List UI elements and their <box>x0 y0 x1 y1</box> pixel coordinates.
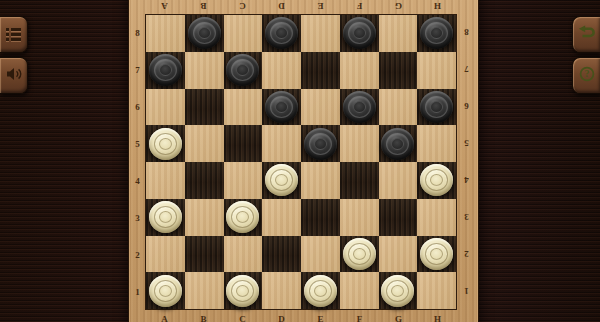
square-h6[interactable] <box>417 89 456 126</box>
square-a3[interactable] <box>146 199 185 236</box>
square-d4[interactable] <box>262 162 301 199</box>
square-f3[interactable] <box>340 199 379 236</box>
coord-label-7: 7 <box>130 51 145 88</box>
coord-label-6: 6 <box>457 88 476 125</box>
square-e4[interactable] <box>301 162 340 199</box>
coord-label-1: 1 <box>130 273 145 310</box>
square-g7[interactable] <box>379 52 418 89</box>
square-b6[interactable] <box>185 89 224 126</box>
black-checker-d8[interactable] <box>265 17 298 49</box>
coord-label-3: 3 <box>130 199 145 236</box>
square-a8[interactable] <box>146 15 185 52</box>
square-g6[interactable] <box>379 89 418 126</box>
black-checker-b8[interactable] <box>188 17 221 49</box>
square-b2[interactable] <box>185 236 224 273</box>
square-g4[interactable] <box>379 162 418 199</box>
square-h5[interactable] <box>417 125 456 162</box>
square-g2[interactable] <box>379 236 418 273</box>
square-e1[interactable] <box>301 272 340 309</box>
white-checker-e1[interactable] <box>304 275 337 307</box>
square-d3[interactable] <box>262 199 301 236</box>
coord-label-2: 2 <box>130 236 145 273</box>
square-c4[interactable] <box>224 162 263 199</box>
square-d8[interactable] <box>262 15 301 52</box>
square-c5[interactable] <box>224 125 263 162</box>
coord-label-8: 8 <box>130 14 145 51</box>
white-checker-a1[interactable] <box>149 275 182 307</box>
square-a5[interactable] <box>146 125 185 162</box>
coord-label-a: A <box>145 0 184 13</box>
coord-label-h: H <box>418 312 457 322</box>
square-c3[interactable] <box>224 199 263 236</box>
square-c2[interactable] <box>224 236 263 273</box>
menu-button[interactable] <box>0 16 28 53</box>
rank-labels-left: 87654321 <box>130 14 145 310</box>
coord-label-c: C <box>223 312 262 322</box>
white-checker-c3[interactable] <box>226 201 259 233</box>
coord-label-g: G <box>379 0 418 13</box>
white-checker-g1[interactable] <box>381 275 414 307</box>
black-checker-h6[interactable] <box>420 91 453 123</box>
square-e5[interactable] <box>301 125 340 162</box>
square-a2[interactable] <box>146 236 185 273</box>
checkers-board: ABCDEFGH ABCDEFGH 87654321 87654321 <box>128 0 479 322</box>
square-e2[interactable] <box>301 236 340 273</box>
black-checker-f6[interactable] <box>343 91 376 123</box>
square-h7[interactable] <box>417 52 456 89</box>
white-checker-a5[interactable] <box>149 128 182 160</box>
square-a1[interactable] <box>146 272 185 309</box>
square-b7[interactable] <box>185 52 224 89</box>
square-f6[interactable] <box>340 89 379 126</box>
coord-label-d: D <box>262 0 301 13</box>
coord-label-4: 4 <box>130 162 145 199</box>
white-checker-d4[interactable] <box>265 164 298 196</box>
square-b5[interactable] <box>185 125 224 162</box>
square-f8[interactable] <box>340 15 379 52</box>
help-icon: ? <box>579 66 595 86</box>
black-checker-f8[interactable] <box>343 17 376 49</box>
square-d5[interactable] <box>262 125 301 162</box>
coord-label-5: 5 <box>130 125 145 162</box>
coord-label-8: 8 <box>457 14 476 51</box>
square-f4[interactable] <box>340 162 379 199</box>
white-checker-c1[interactable] <box>226 275 259 307</box>
square-g1[interactable] <box>379 272 418 309</box>
white-checker-h4[interactable] <box>420 164 453 196</box>
file-labels-top: ABCDEFGH <box>145 0 457 13</box>
square-f1[interactable] <box>340 272 379 309</box>
coord-label-e: E <box>301 312 340 322</box>
square-d6[interactable] <box>262 89 301 126</box>
coord-label-3: 3 <box>457 199 476 236</box>
square-c1[interactable] <box>224 272 263 309</box>
square-e3[interactable] <box>301 199 340 236</box>
square-g8[interactable] <box>379 15 418 52</box>
black-checker-a7[interactable] <box>149 54 182 86</box>
sound-button[interactable] <box>0 57 28 94</box>
coord-label-b: B <box>184 0 223 13</box>
square-a7[interactable] <box>146 52 185 89</box>
square-a6[interactable] <box>146 89 185 126</box>
coord-label-h: H <box>418 0 457 13</box>
square-h4[interactable] <box>417 162 456 199</box>
square-h3[interactable] <box>417 199 456 236</box>
square-f7[interactable] <box>340 52 379 89</box>
menu-icon <box>6 28 21 41</box>
coord-label-f: F <box>340 0 379 13</box>
coord-label-6: 6 <box>130 88 145 125</box>
square-d2[interactable] <box>262 236 301 273</box>
coord-label-f: F <box>340 312 379 322</box>
black-checker-c7[interactable] <box>226 54 259 86</box>
black-checker-d6[interactable] <box>265 91 298 123</box>
square-g3[interactable] <box>379 199 418 236</box>
square-c6[interactable] <box>224 89 263 126</box>
square-b3[interactable] <box>185 199 224 236</box>
sound-icon <box>6 67 22 85</box>
square-e6[interactable] <box>301 89 340 126</box>
coord-label-4: 4 <box>457 162 476 199</box>
square-b8[interactable] <box>185 15 224 52</box>
coord-label-d: D <box>262 312 301 322</box>
coord-label-g: G <box>379 312 418 322</box>
square-c8[interactable] <box>224 15 263 52</box>
square-a4[interactable] <box>146 162 185 199</box>
black-checker-e5[interactable] <box>304 128 337 160</box>
board-grid <box>145 14 457 310</box>
square-b4[interactable] <box>185 162 224 199</box>
app-window: { "game": "checkers", "board": { "files"… <box>0 0 600 322</box>
white-checker-a3[interactable] <box>149 201 182 233</box>
square-g5[interactable] <box>379 125 418 162</box>
square-d1[interactable] <box>262 272 301 309</box>
coord-label-5: 5 <box>457 125 476 162</box>
square-f5[interactable] <box>340 125 379 162</box>
undo-button[interactable] <box>572 16 600 53</box>
white-checker-h2[interactable] <box>420 238 453 270</box>
coord-label-1: 1 <box>457 273 476 310</box>
square-e8[interactable] <box>301 15 340 52</box>
file-labels-bottom: ABCDEFGH <box>145 312 457 322</box>
square-f2[interactable] <box>340 236 379 273</box>
undo-icon <box>578 25 595 44</box>
white-checker-f2[interactable] <box>343 238 376 270</box>
square-e7[interactable] <box>301 52 340 89</box>
coord-label-c: C <box>223 0 262 13</box>
square-b1[interactable] <box>185 272 224 309</box>
coord-label-e: E <box>301 0 340 13</box>
coord-label-2: 2 <box>457 236 476 273</box>
help-button[interactable]: ? <box>572 57 600 94</box>
black-checker-h8[interactable] <box>420 17 453 49</box>
coord-label-b: B <box>184 312 223 322</box>
rank-labels-right: 87654321 <box>457 14 476 310</box>
square-h1[interactable] <box>417 272 456 309</box>
coord-label-a: A <box>145 312 184 322</box>
square-d7[interactable] <box>262 52 301 89</box>
svg-text:?: ? <box>584 68 589 79</box>
coord-label-7: 7 <box>457 51 476 88</box>
square-h2[interactable] <box>417 236 456 273</box>
square-c7[interactable] <box>224 52 263 89</box>
black-checker-g5[interactable] <box>381 128 414 160</box>
square-h8[interactable] <box>417 15 456 52</box>
